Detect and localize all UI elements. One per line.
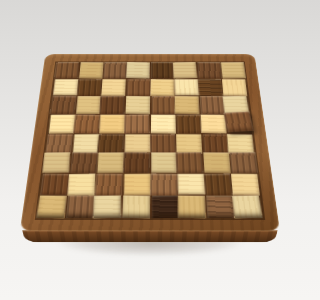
board-cell[interactable]	[178, 174, 205, 195]
board-cell[interactable]	[45, 134, 72, 153]
tray-frame	[20, 54, 280, 231]
board-cell[interactable]	[124, 174, 151, 195]
board-cell[interactable]	[41, 174, 70, 195]
board-cell[interactable]	[73, 115, 99, 134]
puzzle-board	[37, 63, 263, 218]
board-cell[interactable]	[79, 62, 103, 78]
board-cell[interactable]	[175, 96, 199, 114]
board-cell[interactable]	[100, 115, 125, 133]
board-cell[interactable]	[150, 115, 175, 133]
board-cell[interactable]	[176, 115, 201, 133]
board-cell[interactable]	[176, 152, 203, 172]
board-cell[interactable]	[151, 96, 175, 113]
board-cell[interactable]	[200, 115, 225, 134]
tray-front-edge	[22, 230, 278, 242]
board-cell[interactable]	[124, 115, 149, 134]
board-cell[interactable]	[77, 79, 101, 96]
board-cell[interactable]	[49, 115, 75, 133]
puzzle-tray	[20, 54, 280, 231]
board-cell[interactable]	[200, 96, 225, 113]
board-cell[interactable]	[151, 153, 177, 173]
board-cell[interactable]	[37, 196, 67, 219]
board-cell[interactable]	[66, 196, 95, 218]
board-cell[interactable]	[150, 79, 173, 96]
board-cell[interactable]	[176, 134, 202, 153]
board-cell[interactable]	[73, 134, 99, 153]
board-cell[interactable]	[230, 153, 258, 173]
board-cell[interactable]	[224, 111, 254, 132]
board-cell[interactable]	[197, 79, 222, 96]
board-cell[interactable]	[232, 196, 262, 219]
board-cell[interactable]	[151, 196, 179, 218]
board-cell[interactable]	[151, 62, 174, 78]
board-cell[interactable]	[95, 174, 122, 195]
board-cell[interactable]	[98, 153, 124, 173]
board-cell[interactable]	[173, 62, 197, 78]
board-cell[interactable]	[203, 153, 230, 173]
board-cell[interactable]	[103, 62, 126, 78]
board-cell[interactable]	[67, 174, 94, 195]
board-cell[interactable]	[175, 79, 199, 96]
board-cell[interactable]	[76, 96, 101, 113]
board-cell[interactable]	[150, 134, 176, 153]
board-cell[interactable]	[125, 96, 149, 113]
board-cell[interactable]	[53, 79, 78, 96]
board-cell[interactable]	[55, 62, 79, 78]
board-cell[interactable]	[227, 134, 254, 153]
board-cell[interactable]	[97, 134, 123, 153]
board-cell[interactable]	[50, 96, 76, 114]
board-cell[interactable]	[101, 79, 125, 96]
board-cell[interactable]	[122, 196, 150, 218]
board-cell[interactable]	[42, 152, 69, 172]
board-cell[interactable]	[206, 196, 235, 218]
board-cell[interactable]	[123, 152, 149, 172]
board-cell[interactable]	[150, 174, 177, 195]
board-cell[interactable]	[127, 79, 150, 96]
board-cell[interactable]	[197, 62, 221, 78]
board-cell[interactable]	[203, 174, 231, 195]
board-cell[interactable]	[222, 79, 247, 96]
board-cell[interactable]	[126, 62, 149, 78]
board-cell[interactable]	[178, 196, 205, 219]
board-cell[interactable]	[70, 153, 97, 173]
board-cell[interactable]	[100, 96, 124, 114]
board-cell[interactable]	[231, 174, 259, 195]
board-cell[interactable]	[202, 134, 229, 153]
board-cell[interactable]	[93, 196, 120, 219]
board-cell[interactable]	[125, 134, 150, 153]
photo-background	[0, 0, 300, 300]
board-cell[interactable]	[221, 62, 246, 78]
